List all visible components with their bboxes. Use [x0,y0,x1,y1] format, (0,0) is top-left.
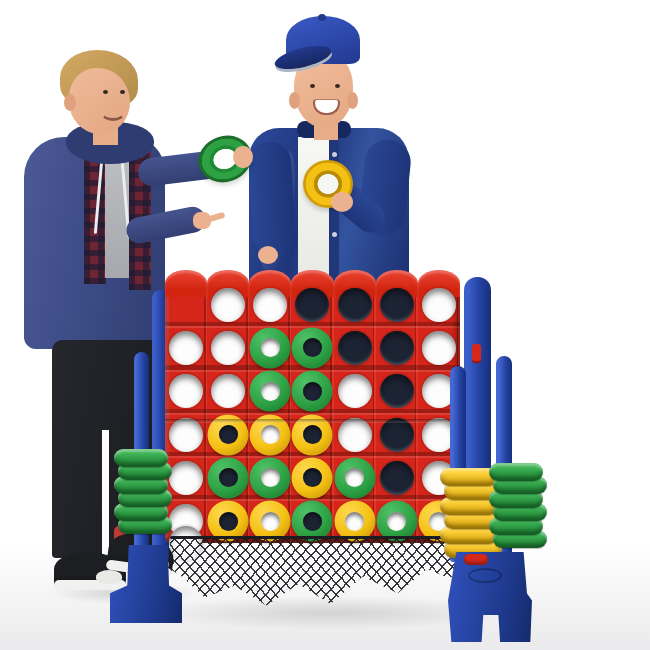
board-cell-r3-c2[interactable] [249,370,291,413]
hole [422,288,456,322]
board-cell-r1-c3[interactable] [291,283,333,326]
board-cell-r1-c1[interactable] [207,283,249,326]
ring-center [219,425,238,444]
board-cell-r2-c3[interactable] [291,326,333,369]
ring-center [303,338,322,357]
hole [211,288,245,322]
board-cell-r5-c2[interactable] [249,456,291,499]
board-cell-r5-c5[interactable] [376,456,418,499]
board-cell-r4-c7[interactable] [165,456,207,499]
board-center-seam [165,419,460,423]
ring-green[interactable] [292,327,333,368]
ring-center [303,468,322,487]
hole [380,461,414,495]
left-player-eye [103,90,108,94]
ring-green[interactable] [208,457,249,498]
ring-green[interactable] [250,371,291,412]
hole [338,374,372,408]
right-player-hand [331,192,353,212]
board-cell-r1-c5[interactable] [376,283,418,326]
release-handle[interactable] [464,554,488,565]
leg-logo-emboss [468,568,502,583]
ring-green[interactable] [292,371,333,412]
ring-center [219,468,238,487]
board-scallop [165,270,207,297]
ring-green[interactable] [334,457,375,498]
board-cell-r2-c2[interactable] [249,326,291,369]
ring-center [345,512,364,531]
jacket-button [332,152,337,157]
left-player-face [69,68,130,134]
release-slider[interactable] [472,344,481,361]
left-player-smile [101,104,125,121]
stage [0,0,650,650]
ring-center [219,512,238,531]
stack-left-green [116,448,170,534]
ring-green[interactable] [250,457,291,498]
board-cell-r5-c4[interactable] [334,456,376,499]
hole [295,288,329,322]
board-grid [165,283,460,543]
right-player-eye [335,84,340,88]
hole [169,374,203,408]
board-cell-r3-c3[interactable] [291,370,333,413]
right-player-tshirt [298,137,329,284]
jacket-button [332,232,337,237]
right-player-ear [289,92,300,109]
board-cell-r3-c4[interactable] [334,370,376,413]
left-player-ear [64,94,76,111]
board-cell-r1-c7[interactable] [165,326,207,369]
right-player-hand [258,246,278,264]
board-cell-r3-c5[interactable] [376,370,418,413]
board-cell-r1-c6[interactable] [418,283,460,326]
right-player-right-sleeve [248,141,296,255]
board-cell-r2-c4[interactable] [334,326,376,369]
hole [211,374,245,408]
board-scallops [165,283,207,326]
hole [211,331,245,365]
ring-center [261,382,280,401]
right-player-ear [347,92,358,109]
stack-ring-green[interactable] [114,449,168,467]
left-player-index-finger [208,212,226,222]
hole [380,331,414,365]
ring-center [261,338,280,357]
ring-yellow[interactable] [292,457,333,498]
board-cell-r3-c1[interactable] [207,370,249,413]
stack-ring-green[interactable] [489,463,543,481]
board-cell-r1-c2[interactable] [249,283,291,326]
ring-center [303,512,322,531]
board-cell-r2-c5[interactable] [376,326,418,369]
left-player-leg-gap [102,430,109,558]
ring-center [261,512,280,531]
board-cell-r5-c3[interactable] [291,456,333,499]
ring-center [261,425,280,444]
ring-center [387,512,406,531]
ring-center [345,468,364,487]
hole [338,288,372,322]
hole [422,331,456,365]
net-cord [170,536,462,539]
left-player-eye [120,90,125,94]
ring-center [303,382,322,401]
hole [169,331,203,365]
board-cell-r2-c7[interactable] [165,370,207,413]
right-player-eye [310,84,315,88]
hole [338,331,372,365]
hole [380,288,414,322]
ring-center [303,425,322,444]
hole [169,461,203,495]
hole [380,374,414,408]
board-cell-r5-c1[interactable] [207,456,249,499]
left-player-hand [233,146,253,168]
ring-green[interactable] [250,327,291,368]
board-cell-r2-c1[interactable] [207,326,249,369]
ring-center [261,468,280,487]
hole [253,288,287,322]
board-cell-r2-c6[interactable] [418,326,460,369]
board-cell-r1-c4[interactable] [334,283,376,326]
stack-right-green [491,460,545,548]
cap-button [318,14,326,21]
